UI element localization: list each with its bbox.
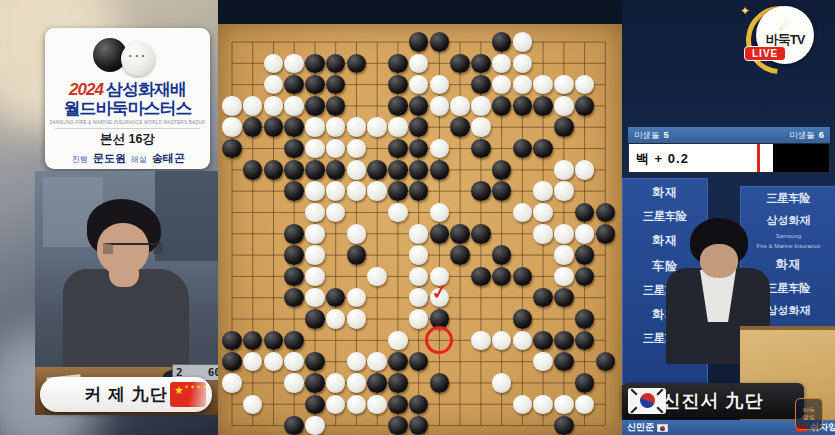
black-stone [575,373,595,393]
white-stone [533,352,553,372]
white-stone [305,267,325,287]
black-stone [430,32,450,52]
korea-flag-icon [628,388,666,414]
black-stone [222,331,242,351]
white-stone [513,54,533,74]
sparkle-icon: ✦ [740,4,750,18]
sponsor-text: 三星车险 [623,205,707,227]
black-stone [471,54,491,74]
black-stone [450,245,470,265]
black-stone [492,181,512,201]
player-face [700,244,738,278]
red-circle-annotation [425,326,453,354]
white-stone [533,224,553,244]
sponsor-text: Fire & Marine Insurance [741,241,835,251]
white-stone [284,96,304,116]
white-stone [388,117,408,137]
trigram [630,406,637,413]
white-stone [533,75,553,95]
white-stone [554,75,574,95]
white-stone [471,117,491,137]
black-stone [492,32,512,52]
black-stone [284,160,304,180]
black-stone [409,32,429,52]
black-stone [450,117,470,137]
white-stone [222,96,242,116]
tournament-year: 2024 [69,80,103,99]
black-stone [264,331,284,351]
white-stone [222,117,242,137]
black-stone [264,117,284,137]
black-stone [367,160,387,180]
unsettled-black-label: 미생돌5 [634,129,669,142]
white-stone [471,331,491,351]
black-stone [305,352,325,372]
tournament-title-line1: 2024삼성화재배 [45,80,210,100]
black-stone [388,139,408,159]
white-stone [347,309,367,329]
black-stone [492,245,512,265]
black-stone [305,309,325,329]
trigram [630,388,637,395]
right-player-nameplate: 신진서 九단 [622,383,804,419]
white-stone [409,309,429,329]
black-stone [305,395,325,415]
white-stone [305,181,325,201]
white-stone [284,373,304,393]
black-stone [409,96,429,116]
tournament-title-line2: 월드바둑마스터스 [45,100,210,118]
black-stone [347,245,367,265]
white-stone [554,267,574,287]
black-stone [305,96,325,116]
black-stone [284,245,304,265]
black-stone [388,352,408,372]
black-stone [388,54,408,74]
white-stone [347,373,367,393]
white-stone [367,267,387,287]
left-player-nameplate: 커 제 九단 ★ ✦✦✦✦ [40,377,212,412]
host-label: 진행 [72,155,88,164]
black-stone [513,96,533,116]
white-stone [347,395,367,415]
go-stones-logo: • • • [45,28,210,80]
sponsor-text: 삼성화재 [741,209,835,231]
white-stone [305,203,325,223]
black-stone [596,224,616,244]
black-stone [305,75,325,95]
tournament-info-card: • • • 2024삼성화재배 월드바둑마스터스 SAMSUNG FIRE & … [45,28,210,169]
white-stone [492,373,512,393]
broadcaster-logo: ☄ 바둑TV ✦ LIVE [738,2,834,68]
player-glasses [103,243,163,254]
black-stone [430,373,450,393]
black-stone [450,54,470,74]
trigram [656,388,663,395]
black-stone [284,181,304,201]
korea-mini-flag-icon [657,424,668,432]
black-stone [388,96,408,116]
white-stone [450,96,470,116]
ai-score-text: 백 + 0.2 [636,150,689,168]
black-stone [388,181,408,201]
sponsor-text: 三星车险 [741,187,835,209]
black-stone [492,96,512,116]
white-stone [243,96,263,116]
host-name: 문도원 [93,152,126,164]
black-stone [471,224,491,244]
white-stone [471,96,491,116]
white-stone [367,395,387,415]
broadcast-frame: • • • 2024삼성화재배 월드바둑마스터스 SAMSUNG FIRE & … [0,0,835,435]
white-stone [264,54,284,74]
white-stone [513,32,533,52]
black-stone [388,75,408,95]
black-stone [264,160,284,180]
white-stone [367,117,387,137]
white-stone [367,181,387,201]
black-stone [305,54,325,74]
black-stone [575,245,595,265]
black-stone [243,160,263,180]
white-stone [575,160,595,180]
black-stone [222,139,242,159]
black-stone [284,331,304,351]
black-stone [326,160,346,180]
white-stone [305,245,325,265]
white-stone [409,224,429,244]
black-stone [533,96,553,116]
white-stone-icon: • • • [121,42,155,76]
black-stone [347,54,367,74]
black-territory-bar [773,144,829,172]
white-stone [554,224,574,244]
black-stone [305,373,325,393]
black-stone [284,224,304,244]
commentator-name: 송태곤 [152,152,185,164]
black-stone [596,203,616,223]
unsettled-white-label: 미생돌6 [789,129,824,142]
ai-score-panel: 미생돌5 미생돌6 백 + 0.2 [628,127,830,173]
white-stone [575,224,595,244]
stone-dots-decor: • • • [129,52,145,59]
black-stone [430,160,450,180]
black-stone [450,224,470,244]
background-frame [155,171,218,261]
black-stone [430,224,450,244]
black-stone [471,75,491,95]
white-stone [513,395,533,415]
white-stone [388,203,408,223]
black-stone [513,309,533,329]
ai-panel-header: 미생돌5 미생돌6 [628,127,830,143]
staff-row: 진행 문도원 해설 송태곤 [45,151,210,166]
white-stone [554,395,574,415]
white-stone [305,117,325,137]
black-stone [388,373,408,393]
black-stone [284,139,304,159]
black-stone [284,117,304,137]
black-stone [554,288,574,308]
corner-badge-glyph: 바둑랭킹 [803,407,815,421]
black-stone [284,416,304,435]
white-stone [347,181,367,201]
left-player-name: 커 제 九단 [84,383,167,406]
white-stone [513,331,533,351]
black-stone [554,117,574,137]
second-game-left-player: 신민준 [627,421,668,434]
black-stone [533,139,553,159]
white-stone [347,224,367,244]
black-stone [284,267,304,287]
black-stone [305,160,325,180]
china-flag-icon: ★ ✦✦✦✦ [170,382,206,407]
red-check-annotation: ✓ [430,279,451,305]
white-stone [305,288,325,308]
white-stone [533,395,553,415]
white-stone [347,160,367,180]
black-stone [367,373,387,393]
black-stone [575,96,595,116]
commentator-label: 해설 [131,155,147,164]
black-stone [554,416,574,435]
flag-big-star: ★ [174,384,184,397]
white-stone [533,203,553,223]
round-label: 본선 16강 [45,131,210,148]
black-stone [575,309,595,329]
black-stone [471,181,491,201]
taeguk-symbol [640,393,655,408]
black-stone [388,416,408,435]
white-stone [430,96,450,116]
white-stone [554,181,574,201]
white-stone [347,117,367,137]
black-stone [533,331,553,351]
tournament-subtitle-en: SAMSUNG FIRE & MARINE INSURANCE WORLD MA… [45,120,210,125]
flag-small-stars: ✦✦✦✦ [184,383,206,390]
white-stone [554,160,574,180]
sponsor-text: Samsung [741,231,835,241]
white-stone [388,331,408,351]
black-stone [513,267,533,287]
right-player-name: 신진서 九단 [662,389,763,413]
black-stone [388,395,408,415]
ai-score-bar: 백 + 0.2 [628,143,830,173]
black-stone [471,267,491,287]
black-stone [554,331,574,351]
black-stone [554,352,574,372]
white-stone [326,373,346,393]
black-stone [471,139,491,159]
tournament-title-kr: 삼성화재배 [106,80,186,99]
goban-camera-strip: ✓ [218,0,622,435]
white-stone [409,245,429,265]
trigram [656,406,663,413]
white-stone [533,181,553,201]
white-stone [554,245,574,265]
white-stone [222,373,242,393]
black-stone [409,160,429,180]
white-stone [305,139,325,159]
white-stone [305,416,325,435]
black-stone [492,160,512,180]
black-stone [222,352,242,372]
card-divider [55,128,200,129]
score-midline-marker [757,144,760,172]
black-stone [326,96,346,116]
white-stone [326,309,346,329]
white-stone [554,96,574,116]
white-stone [264,96,284,116]
black-stone [388,160,408,180]
hand-holding-stone-icon: ☄ [780,21,791,31]
white-stone [305,224,325,244]
live-badge: LIVE [744,46,786,61]
white-stone [284,54,304,74]
sponsor-text: 화재 [623,179,707,205]
corner-badge-icon: 바둑랭킹 [795,398,823,430]
